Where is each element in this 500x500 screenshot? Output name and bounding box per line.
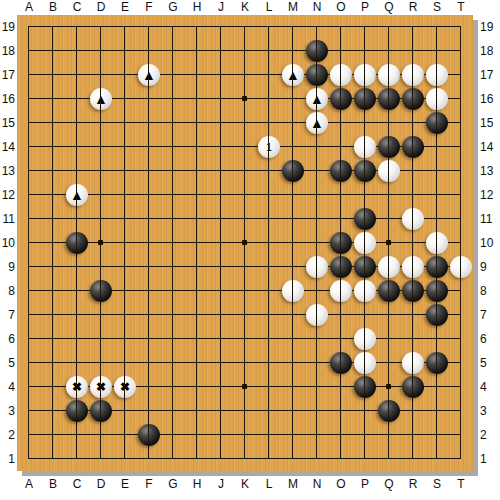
intersection-L7[interactable] <box>257 303 281 327</box>
intersection-R17[interactable] <box>401 63 425 87</box>
intersection-S1[interactable] <box>425 447 449 471</box>
intersection-D17[interactable] <box>89 63 113 87</box>
intersection-P14[interactable] <box>353 135 377 159</box>
intersection-F12[interactable] <box>137 183 161 207</box>
intersection-S10[interactable] <box>425 231 449 255</box>
intersection-F4[interactable] <box>137 375 161 399</box>
intersection-N1[interactable] <box>305 447 329 471</box>
intersection-O6[interactable] <box>329 327 353 351</box>
intersection-O7[interactable] <box>329 303 353 327</box>
intersection-E5[interactable] <box>113 351 137 375</box>
intersection-Q14[interactable] <box>377 135 401 159</box>
intersection-P10[interactable] <box>353 231 377 255</box>
intersection-K11[interactable] <box>233 207 257 231</box>
intersection-D2[interactable] <box>89 423 113 447</box>
intersection-E14[interactable] <box>113 135 137 159</box>
intersection-Q17[interactable] <box>377 63 401 87</box>
intersection-K14[interactable] <box>233 135 257 159</box>
intersection-M3[interactable] <box>281 399 305 423</box>
intersection-E9[interactable] <box>113 255 137 279</box>
intersection-A16[interactable] <box>17 87 41 111</box>
intersection-P8[interactable] <box>353 279 377 303</box>
intersection-H9[interactable] <box>185 255 209 279</box>
intersection-K17[interactable] <box>233 63 257 87</box>
intersection-H8[interactable] <box>185 279 209 303</box>
intersection-K13[interactable] <box>233 159 257 183</box>
intersection-N15[interactable]: ▲ <box>305 111 329 135</box>
intersection-L11[interactable] <box>257 207 281 231</box>
intersection-R12[interactable] <box>401 183 425 207</box>
intersection-M6[interactable] <box>281 327 305 351</box>
intersection-T6[interactable] <box>449 327 473 351</box>
intersection-T9[interactable] <box>449 255 473 279</box>
intersection-J10[interactable] <box>209 231 233 255</box>
intersection-D6[interactable] <box>89 327 113 351</box>
intersection-A14[interactable] <box>17 135 41 159</box>
intersection-B10[interactable] <box>41 231 65 255</box>
intersection-H2[interactable] <box>185 423 209 447</box>
intersection-K12[interactable] <box>233 183 257 207</box>
intersection-M4[interactable] <box>281 375 305 399</box>
intersection-O14[interactable] <box>329 135 353 159</box>
intersection-E19[interactable] <box>113 15 137 39</box>
intersection-E16[interactable] <box>113 87 137 111</box>
intersection-M8[interactable] <box>281 279 305 303</box>
intersection-O10[interactable] <box>329 231 353 255</box>
intersection-M1[interactable] <box>281 447 305 471</box>
intersection-B13[interactable] <box>41 159 65 183</box>
intersection-R15[interactable] <box>401 111 425 135</box>
intersection-B4[interactable] <box>41 375 65 399</box>
intersection-D15[interactable] <box>89 111 113 135</box>
intersection-H17[interactable] <box>185 63 209 87</box>
intersection-P3[interactable] <box>353 399 377 423</box>
intersection-S17[interactable] <box>425 63 449 87</box>
intersection-K6[interactable] <box>233 327 257 351</box>
intersection-C10[interactable] <box>65 231 89 255</box>
intersection-Q3[interactable] <box>377 399 401 423</box>
intersection-N7[interactable] <box>305 303 329 327</box>
intersection-B16[interactable] <box>41 87 65 111</box>
intersection-H15[interactable] <box>185 111 209 135</box>
intersection-B8[interactable] <box>41 279 65 303</box>
intersection-G18[interactable] <box>161 39 185 63</box>
intersection-C12[interactable]: ▲ <box>65 183 89 207</box>
intersection-R10[interactable] <box>401 231 425 255</box>
intersection-O3[interactable] <box>329 399 353 423</box>
intersection-Q19[interactable] <box>377 15 401 39</box>
intersection-R2[interactable] <box>401 423 425 447</box>
intersection-K7[interactable] <box>233 303 257 327</box>
intersection-H3[interactable] <box>185 399 209 423</box>
intersection-D9[interactable] <box>89 255 113 279</box>
intersection-F6[interactable] <box>137 327 161 351</box>
intersection-E1[interactable] <box>113 447 137 471</box>
intersection-J19[interactable] <box>209 15 233 39</box>
intersection-O5[interactable] <box>329 351 353 375</box>
intersection-E12[interactable] <box>113 183 137 207</box>
intersection-C16[interactable] <box>65 87 89 111</box>
intersection-O8[interactable] <box>329 279 353 303</box>
intersection-C13[interactable] <box>65 159 89 183</box>
intersection-P11[interactable] <box>353 207 377 231</box>
intersection-N18[interactable] <box>305 39 329 63</box>
intersection-L3[interactable] <box>257 399 281 423</box>
intersection-Q10[interactable] <box>377 231 401 255</box>
intersection-R14[interactable] <box>401 135 425 159</box>
intersection-O9[interactable] <box>329 255 353 279</box>
intersection-K8[interactable] <box>233 279 257 303</box>
intersection-R16[interactable] <box>401 87 425 111</box>
intersection-G14[interactable] <box>161 135 185 159</box>
intersection-A19[interactable] <box>17 15 41 39</box>
intersection-Q2[interactable] <box>377 423 401 447</box>
intersection-J16[interactable] <box>209 87 233 111</box>
intersection-L15[interactable] <box>257 111 281 135</box>
intersection-C4[interactable]: ✖ <box>65 375 89 399</box>
intersection-D14[interactable] <box>89 135 113 159</box>
intersection-Q13[interactable] <box>377 159 401 183</box>
intersection-B17[interactable] <box>41 63 65 87</box>
intersection-S5[interactable] <box>425 351 449 375</box>
intersection-J15[interactable] <box>209 111 233 135</box>
intersection-N9[interactable] <box>305 255 329 279</box>
intersection-A15[interactable] <box>17 111 41 135</box>
intersection-P7[interactable] <box>353 303 377 327</box>
intersection-O13[interactable] <box>329 159 353 183</box>
intersection-S19[interactable] <box>425 15 449 39</box>
intersection-H13[interactable] <box>185 159 209 183</box>
intersection-H11[interactable] <box>185 207 209 231</box>
intersection-B14[interactable] <box>41 135 65 159</box>
intersection-F5[interactable] <box>137 351 161 375</box>
intersection-C11[interactable] <box>65 207 89 231</box>
intersection-L12[interactable] <box>257 183 281 207</box>
intersection-R19[interactable] <box>401 15 425 39</box>
intersection-C14[interactable] <box>65 135 89 159</box>
intersection-T10[interactable] <box>449 231 473 255</box>
intersection-R5[interactable] <box>401 351 425 375</box>
intersection-N13[interactable] <box>305 159 329 183</box>
intersection-F11[interactable] <box>137 207 161 231</box>
intersection-L14[interactable]: 1 <box>257 135 281 159</box>
intersection-M5[interactable] <box>281 351 305 375</box>
intersection-C3[interactable] <box>65 399 89 423</box>
intersection-D12[interactable] <box>89 183 113 207</box>
intersection-E11[interactable] <box>113 207 137 231</box>
intersection-M7[interactable] <box>281 303 305 327</box>
intersection-E8[interactable] <box>113 279 137 303</box>
intersection-N3[interactable] <box>305 399 329 423</box>
intersection-G15[interactable] <box>161 111 185 135</box>
intersection-R7[interactable] <box>401 303 425 327</box>
intersection-J11[interactable] <box>209 207 233 231</box>
intersection-D18[interactable] <box>89 39 113 63</box>
intersection-A2[interactable] <box>17 423 41 447</box>
intersection-C2[interactable] <box>65 423 89 447</box>
intersection-L6[interactable] <box>257 327 281 351</box>
intersection-R1[interactable] <box>401 447 425 471</box>
intersection-S2[interactable] <box>425 423 449 447</box>
intersection-S9[interactable] <box>425 255 449 279</box>
intersection-S11[interactable] <box>425 207 449 231</box>
intersection-N10[interactable] <box>305 231 329 255</box>
intersection-A7[interactable] <box>17 303 41 327</box>
intersection-S4[interactable] <box>425 375 449 399</box>
intersection-C5[interactable] <box>65 351 89 375</box>
intersection-L1[interactable] <box>257 447 281 471</box>
intersection-P19[interactable] <box>353 15 377 39</box>
intersection-P4[interactable] <box>353 375 377 399</box>
intersection-B18[interactable] <box>41 39 65 63</box>
intersection-E7[interactable] <box>113 303 137 327</box>
intersection-B6[interactable] <box>41 327 65 351</box>
intersection-M11[interactable] <box>281 207 305 231</box>
intersection-T15[interactable] <box>449 111 473 135</box>
intersection-K15[interactable] <box>233 111 257 135</box>
intersection-T11[interactable] <box>449 207 473 231</box>
intersection-M16[interactable] <box>281 87 305 111</box>
intersection-J2[interactable] <box>209 423 233 447</box>
intersection-L9[interactable] <box>257 255 281 279</box>
intersection-J5[interactable] <box>209 351 233 375</box>
intersection-H6[interactable] <box>185 327 209 351</box>
intersection-T3[interactable] <box>449 399 473 423</box>
intersection-A18[interactable] <box>17 39 41 63</box>
intersection-Q12[interactable] <box>377 183 401 207</box>
intersection-O15[interactable] <box>329 111 353 135</box>
intersection-J8[interactable] <box>209 279 233 303</box>
intersection-L4[interactable] <box>257 375 281 399</box>
intersection-D1[interactable] <box>89 447 113 471</box>
intersection-T5[interactable] <box>449 351 473 375</box>
intersection-O2[interactable] <box>329 423 353 447</box>
intersection-S18[interactable] <box>425 39 449 63</box>
intersection-H10[interactable] <box>185 231 209 255</box>
intersection-J12[interactable] <box>209 183 233 207</box>
intersection-K5[interactable] <box>233 351 257 375</box>
intersection-J13[interactable] <box>209 159 233 183</box>
intersection-E2[interactable] <box>113 423 137 447</box>
intersection-S3[interactable] <box>425 399 449 423</box>
intersection-T12[interactable] <box>449 183 473 207</box>
intersection-P17[interactable] <box>353 63 377 87</box>
intersection-Q8[interactable] <box>377 279 401 303</box>
intersection-G12[interactable] <box>161 183 185 207</box>
intersection-L5[interactable] <box>257 351 281 375</box>
intersection-G17[interactable] <box>161 63 185 87</box>
intersection-R18[interactable] <box>401 39 425 63</box>
intersection-A9[interactable] <box>17 255 41 279</box>
intersection-D11[interactable] <box>89 207 113 231</box>
intersection-T7[interactable] <box>449 303 473 327</box>
intersection-Q1[interactable] <box>377 447 401 471</box>
intersection-K10[interactable] <box>233 231 257 255</box>
intersection-F2[interactable] <box>137 423 161 447</box>
intersection-Q7[interactable] <box>377 303 401 327</box>
intersection-C7[interactable] <box>65 303 89 327</box>
intersection-P6[interactable] <box>353 327 377 351</box>
intersection-C8[interactable] <box>65 279 89 303</box>
intersection-H5[interactable] <box>185 351 209 375</box>
intersection-Q4[interactable] <box>377 375 401 399</box>
intersection-M18[interactable] <box>281 39 305 63</box>
intersection-G10[interactable] <box>161 231 185 255</box>
intersection-J17[interactable] <box>209 63 233 87</box>
intersection-L13[interactable] <box>257 159 281 183</box>
intersection-J3[interactable] <box>209 399 233 423</box>
intersection-F17[interactable]: ▲ <box>137 63 161 87</box>
intersection-Q5[interactable] <box>377 351 401 375</box>
intersection-O11[interactable] <box>329 207 353 231</box>
intersection-T18[interactable] <box>449 39 473 63</box>
intersection-N12[interactable] <box>305 183 329 207</box>
intersection-C6[interactable] <box>65 327 89 351</box>
intersection-N5[interactable] <box>305 351 329 375</box>
intersection-M2[interactable] <box>281 423 305 447</box>
intersection-A4[interactable] <box>17 375 41 399</box>
intersection-C9[interactable] <box>65 255 89 279</box>
intersection-N16[interactable]: ▲ <box>305 87 329 111</box>
intersection-D3[interactable] <box>89 399 113 423</box>
intersection-A10[interactable] <box>17 231 41 255</box>
intersection-L19[interactable] <box>257 15 281 39</box>
intersection-C18[interactable] <box>65 39 89 63</box>
intersection-M10[interactable] <box>281 231 305 255</box>
intersection-G7[interactable] <box>161 303 185 327</box>
intersection-B11[interactable] <box>41 207 65 231</box>
intersection-M14[interactable] <box>281 135 305 159</box>
intersection-T17[interactable] <box>449 63 473 87</box>
intersection-S13[interactable] <box>425 159 449 183</box>
intersection-E4[interactable]: ✖ <box>113 375 137 399</box>
intersection-H14[interactable] <box>185 135 209 159</box>
intersection-L2[interactable] <box>257 423 281 447</box>
intersection-B19[interactable] <box>41 15 65 39</box>
intersection-A5[interactable] <box>17 351 41 375</box>
intersection-N2[interactable] <box>305 423 329 447</box>
intersection-T19[interactable] <box>449 15 473 39</box>
intersection-B5[interactable] <box>41 351 65 375</box>
intersection-M17[interactable]: ▲ <box>281 63 305 87</box>
intersection-K3[interactable] <box>233 399 257 423</box>
intersection-P12[interactable] <box>353 183 377 207</box>
intersection-A13[interactable] <box>17 159 41 183</box>
intersection-R3[interactable] <box>401 399 425 423</box>
intersection-L18[interactable] <box>257 39 281 63</box>
intersection-N4[interactable] <box>305 375 329 399</box>
intersection-M13[interactable] <box>281 159 305 183</box>
intersection-H12[interactable] <box>185 183 209 207</box>
intersection-O17[interactable] <box>329 63 353 87</box>
intersection-B9[interactable] <box>41 255 65 279</box>
intersection-E6[interactable] <box>113 327 137 351</box>
intersection-F10[interactable] <box>137 231 161 255</box>
intersection-S12[interactable] <box>425 183 449 207</box>
intersection-D16[interactable]: ▲ <box>89 87 113 111</box>
intersection-E17[interactable] <box>113 63 137 87</box>
intersection-H19[interactable] <box>185 15 209 39</box>
intersection-D7[interactable] <box>89 303 113 327</box>
intersection-K2[interactable] <box>233 423 257 447</box>
intersection-F15[interactable] <box>137 111 161 135</box>
intersection-S6[interactable] <box>425 327 449 351</box>
intersection-N14[interactable] <box>305 135 329 159</box>
intersection-N11[interactable] <box>305 207 329 231</box>
intersection-J9[interactable] <box>209 255 233 279</box>
intersection-J4[interactable] <box>209 375 233 399</box>
intersection-O18[interactable] <box>329 39 353 63</box>
intersection-L8[interactable] <box>257 279 281 303</box>
intersection-J1[interactable] <box>209 447 233 471</box>
intersection-O19[interactable] <box>329 15 353 39</box>
intersection-Q16[interactable] <box>377 87 401 111</box>
intersection-B1[interactable] <box>41 447 65 471</box>
intersection-D13[interactable] <box>89 159 113 183</box>
intersection-F9[interactable] <box>137 255 161 279</box>
intersection-Q6[interactable] <box>377 327 401 351</box>
intersection-E13[interactable] <box>113 159 137 183</box>
intersection-F8[interactable] <box>137 279 161 303</box>
intersection-S15[interactable] <box>425 111 449 135</box>
intersection-N17[interactable] <box>305 63 329 87</box>
intersection-G13[interactable] <box>161 159 185 183</box>
intersection-F13[interactable] <box>137 159 161 183</box>
intersection-T1[interactable] <box>449 447 473 471</box>
intersection-D19[interactable] <box>89 15 113 39</box>
intersection-R8[interactable] <box>401 279 425 303</box>
intersection-R6[interactable] <box>401 327 425 351</box>
intersection-K4[interactable] <box>233 375 257 399</box>
intersection-C1[interactable] <box>65 447 89 471</box>
intersection-K19[interactable] <box>233 15 257 39</box>
intersection-R4[interactable] <box>401 375 425 399</box>
intersection-L16[interactable] <box>257 87 281 111</box>
intersection-B3[interactable] <box>41 399 65 423</box>
intersection-A6[interactable] <box>17 327 41 351</box>
intersection-P9[interactable] <box>353 255 377 279</box>
intersection-P16[interactable] <box>353 87 377 111</box>
intersection-L17[interactable] <box>257 63 281 87</box>
intersection-B15[interactable] <box>41 111 65 135</box>
intersection-G11[interactable] <box>161 207 185 231</box>
intersection-G6[interactable] <box>161 327 185 351</box>
intersection-Q15[interactable] <box>377 111 401 135</box>
intersection-F19[interactable] <box>137 15 161 39</box>
intersection-N6[interactable] <box>305 327 329 351</box>
intersection-A11[interactable] <box>17 207 41 231</box>
intersection-C17[interactable] <box>65 63 89 87</box>
intersection-E3[interactable] <box>113 399 137 423</box>
intersection-T4[interactable] <box>449 375 473 399</box>
intersection-A17[interactable] <box>17 63 41 87</box>
intersection-R11[interactable] <box>401 207 425 231</box>
intersection-T16[interactable] <box>449 87 473 111</box>
intersection-K18[interactable] <box>233 39 257 63</box>
intersection-D8[interactable] <box>89 279 113 303</box>
intersection-R13[interactable] <box>401 159 425 183</box>
intersection-N8[interactable] <box>305 279 329 303</box>
intersection-P5[interactable] <box>353 351 377 375</box>
intersection-M19[interactable] <box>281 15 305 39</box>
intersection-H16[interactable] <box>185 87 209 111</box>
intersection-C19[interactable] <box>65 15 89 39</box>
intersection-E15[interactable] <box>113 111 137 135</box>
intersection-S16[interactable] <box>425 87 449 111</box>
intersection-D4[interactable]: ✖ <box>89 375 113 399</box>
intersection-F14[interactable] <box>137 135 161 159</box>
intersection-A1[interactable] <box>17 447 41 471</box>
